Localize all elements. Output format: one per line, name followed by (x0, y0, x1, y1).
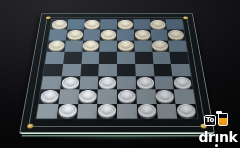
square-c3 (79, 76, 99, 89)
square-a8 (50, 19, 68, 29)
square-h7 (167, 30, 185, 41)
checker-piece-silver (79, 90, 97, 103)
square-g2 (155, 90, 176, 104)
square-h6 (168, 40, 187, 51)
checker-piece-silver (177, 104, 197, 118)
square-d4 (99, 64, 117, 77)
square-d2 (97, 90, 117, 104)
square-b7 (66, 30, 84, 41)
square-a6 (47, 40, 66, 51)
square-a3 (41, 76, 62, 89)
square-a4 (43, 64, 63, 77)
checker-piece-ivory (118, 41, 134, 52)
checker-piece-silver (61, 77, 79, 89)
square-f3 (135, 76, 155, 89)
checker-piece-silver (118, 90, 136, 103)
checker-piece-silver (99, 77, 116, 89)
checker-piece-silver (57, 104, 77, 118)
square-d3 (98, 76, 117, 89)
square-a1 (36, 104, 58, 119)
checker-piece-ivory (51, 20, 67, 30)
square-c2 (78, 90, 98, 104)
product-photo-scene: To drınk (0, 0, 240, 148)
board-field (36, 19, 197, 118)
checker-piece-ivory (101, 30, 117, 40)
square-c5 (81, 52, 99, 64)
square-f2 (136, 90, 156, 104)
square-c4 (80, 64, 99, 77)
square-d8 (100, 19, 117, 29)
checker-piece-ivory (168, 30, 185, 40)
square-h2 (174, 90, 195, 104)
corner-screw-top-right (183, 16, 188, 19)
square-e2 (117, 90, 137, 104)
square-a2 (39, 90, 60, 104)
square-e4 (117, 64, 135, 77)
square-b5 (63, 52, 82, 64)
checker-piece-ivory (152, 41, 169, 52)
drink-wordmark: drınk (198, 130, 237, 144)
checker-piece-silver (137, 104, 156, 118)
square-g1 (156, 104, 177, 119)
square-e3 (117, 76, 136, 89)
square-c6 (82, 40, 100, 51)
glass-board-base (19, 13, 215, 134)
checker-piece-ivory (84, 20, 100, 30)
square-h8 (166, 19, 184, 29)
square-a7 (49, 30, 67, 41)
square-b6 (64, 40, 82, 51)
checker-piece-ivory (150, 20, 166, 30)
checker-piece-silver (136, 77, 154, 89)
checker-piece-ivory (134, 30, 150, 40)
square-g5 (152, 52, 171, 64)
todrink-logo: To drınk (197, 113, 239, 146)
checker-piece-silver (98, 104, 116, 118)
glass-checkers-board (19, 13, 215, 134)
drink-glass-icon (218, 113, 228, 126)
checker-piece-silver (40, 90, 59, 103)
square-h1 (176, 104, 198, 119)
checker-piece-ivory (66, 30, 82, 40)
checker-piece-ivory (118, 20, 133, 30)
square-f7 (134, 30, 152, 41)
square-c7 (83, 30, 101, 41)
square-e8 (117, 19, 134, 29)
square-e6 (117, 40, 135, 51)
checker-piece-ivory (48, 41, 65, 52)
square-f4 (135, 64, 154, 77)
square-h3 (172, 76, 193, 89)
square-b3 (60, 76, 80, 89)
to-badge: To (204, 115, 217, 126)
square-g7 (150, 30, 168, 41)
square-h4 (171, 64, 191, 77)
square-g8 (150, 19, 167, 29)
square-b1 (57, 104, 78, 119)
square-d1 (97, 104, 117, 119)
square-g3 (154, 76, 174, 89)
square-a5 (45, 52, 64, 64)
square-c1 (77, 104, 98, 119)
square-d5 (99, 52, 117, 64)
square-f6 (134, 40, 152, 51)
square-f1 (137, 104, 158, 119)
square-e5 (117, 52, 135, 64)
square-h5 (170, 52, 189, 64)
square-g4 (153, 64, 172, 77)
todrink-badge-row: To (197, 113, 235, 126)
square-b2 (58, 90, 79, 104)
checker-piece-ivory (83, 41, 99, 52)
square-f5 (135, 52, 153, 64)
square-e7 (117, 30, 134, 41)
square-d6 (99, 40, 117, 51)
corner-screw-bottom-left (27, 124, 34, 129)
square-b4 (62, 64, 81, 77)
square-e1 (117, 104, 137, 119)
square-c8 (84, 19, 101, 29)
checker-piece-silver (156, 90, 175, 103)
square-b8 (67, 19, 84, 29)
square-f8 (133, 19, 150, 29)
square-g6 (151, 40, 169, 51)
square-d7 (100, 30, 117, 41)
checker-piece-silver (173, 77, 192, 89)
